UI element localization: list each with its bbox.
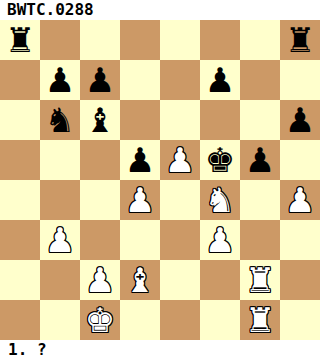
square-c7[interactable]: ♟ — [80, 60, 120, 100]
square-h5[interactable] — [280, 140, 320, 180]
black-rook: ♜ — [285, 20, 315, 60]
black-pawn: ♟ — [205, 60, 235, 100]
square-a2[interactable] — [0, 260, 40, 300]
white-rook: ♜ — [245, 300, 275, 340]
chess-board: ♜♜♟♟♟♞♝♟♟♟♚♟♟♞♟♟♟♟♝♜♚♜ — [0, 20, 320, 340]
square-g4[interactable] — [240, 180, 280, 220]
square-c1[interactable]: ♚ — [80, 300, 120, 340]
white-pawn: ♟ — [85, 260, 115, 300]
square-b7[interactable]: ♟ — [40, 60, 80, 100]
square-a3[interactable] — [0, 220, 40, 260]
white-pawn: ♟ — [285, 180, 315, 220]
square-f5[interactable]: ♚ — [200, 140, 240, 180]
black-king: ♚ — [205, 140, 235, 180]
square-c6[interactable]: ♝ — [80, 100, 120, 140]
square-c5[interactable] — [80, 140, 120, 180]
black-knight: ♞ — [45, 100, 75, 140]
square-c3[interactable] — [80, 220, 120, 260]
white-knight: ♞ — [205, 180, 235, 220]
square-b3[interactable]: ♟ — [40, 220, 80, 260]
square-d7[interactable] — [120, 60, 160, 100]
square-b5[interactable] — [40, 140, 80, 180]
square-g6[interactable] — [240, 100, 280, 140]
puzzle-id: BWTC.0288 — [7, 0, 94, 20]
square-e2[interactable] — [160, 260, 200, 300]
square-a5[interactable] — [0, 140, 40, 180]
black-pawn: ♟ — [245, 140, 275, 180]
square-e1[interactable] — [160, 300, 200, 340]
square-d5[interactable]: ♟ — [120, 140, 160, 180]
square-e5[interactable]: ♟ — [160, 140, 200, 180]
square-g7[interactable] — [240, 60, 280, 100]
white-bishop: ♝ — [125, 260, 155, 300]
square-b4[interactable] — [40, 180, 80, 220]
white-pawn: ♟ — [205, 220, 235, 260]
square-d6[interactable] — [120, 100, 160, 140]
square-g2[interactable]: ♜ — [240, 260, 280, 300]
black-rook: ♜ — [5, 20, 35, 60]
square-f8[interactable] — [200, 20, 240, 60]
square-a1[interactable] — [0, 300, 40, 340]
white-pawn: ♟ — [165, 140, 195, 180]
square-a4[interactable] — [0, 180, 40, 220]
black-pawn: ♟ — [85, 60, 115, 100]
white-pawn: ♟ — [45, 220, 75, 260]
square-e7[interactable] — [160, 60, 200, 100]
black-pawn: ♟ — [45, 60, 75, 100]
square-e8[interactable] — [160, 20, 200, 60]
square-b8[interactable] — [40, 20, 80, 60]
square-f7[interactable]: ♟ — [200, 60, 240, 100]
square-f4[interactable]: ♞ — [200, 180, 240, 220]
square-e3[interactable] — [160, 220, 200, 260]
square-d3[interactable] — [120, 220, 160, 260]
square-g1[interactable]: ♜ — [240, 300, 280, 340]
square-d1[interactable] — [120, 300, 160, 340]
square-a7[interactable] — [0, 60, 40, 100]
square-e6[interactable] — [160, 100, 200, 140]
square-d4[interactable]: ♟ — [120, 180, 160, 220]
square-a6[interactable] — [0, 100, 40, 140]
square-d2[interactable]: ♝ — [120, 260, 160, 300]
square-g5[interactable]: ♟ — [240, 140, 280, 180]
black-bishop: ♝ — [85, 100, 115, 140]
white-pawn: ♟ — [125, 180, 155, 220]
square-f3[interactable]: ♟ — [200, 220, 240, 260]
title-bar: BWTC.0288 — [0, 0, 320, 20]
square-c2[interactable]: ♟ — [80, 260, 120, 300]
square-h4[interactable]: ♟ — [280, 180, 320, 220]
square-f2[interactable] — [200, 260, 240, 300]
square-a8[interactable]: ♜ — [0, 20, 40, 60]
square-h2[interactable] — [280, 260, 320, 300]
square-f6[interactable] — [200, 100, 240, 140]
square-d8[interactable] — [120, 20, 160, 60]
status-bar: 1. ? — [0, 340, 320, 360]
square-h7[interactable] — [280, 60, 320, 100]
square-b1[interactable] — [40, 300, 80, 340]
white-rook: ♜ — [245, 260, 275, 300]
square-g3[interactable] — [240, 220, 280, 260]
black-pawn: ♟ — [125, 140, 155, 180]
square-g8[interactable] — [240, 20, 280, 60]
white-king: ♚ — [85, 300, 115, 340]
square-h3[interactable] — [280, 220, 320, 260]
square-b6[interactable]: ♞ — [40, 100, 80, 140]
square-h6[interactable]: ♟ — [280, 100, 320, 140]
square-h1[interactable] — [280, 300, 320, 340]
square-h8[interactable]: ♜ — [280, 20, 320, 60]
square-c8[interactable] — [80, 20, 120, 60]
move-prompt: 1. ? — [8, 340, 47, 360]
square-c4[interactable] — [80, 180, 120, 220]
black-pawn: ♟ — [285, 100, 315, 140]
square-b2[interactable] — [40, 260, 80, 300]
square-e4[interactable] — [160, 180, 200, 220]
square-f1[interactable] — [200, 300, 240, 340]
